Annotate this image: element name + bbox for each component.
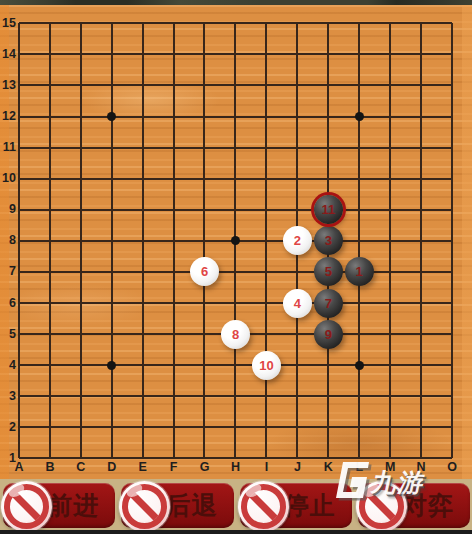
board-intersection[interactable] xyxy=(375,319,406,350)
board-intersection[interactable] xyxy=(344,350,375,381)
board-intersection[interactable] xyxy=(158,412,189,443)
board-intersection[interactable] xyxy=(34,381,65,412)
board-intersection[interactable] xyxy=(96,70,127,101)
board-intersection[interactable] xyxy=(313,256,344,287)
board-intersection[interactable] xyxy=(313,163,344,194)
board-intersection[interactable] xyxy=(189,8,220,39)
board-intersection[interactable] xyxy=(220,163,251,194)
board-intersection[interactable] xyxy=(189,412,220,443)
board-intersection[interactable] xyxy=(96,443,127,474)
board-intersection[interactable] xyxy=(344,39,375,70)
board-intersection[interactable] xyxy=(405,132,436,163)
board-intersection[interactable] xyxy=(127,319,158,350)
board-intersection[interactable] xyxy=(127,39,158,70)
board-intersection[interactable] xyxy=(344,8,375,39)
board-intersection[interactable] xyxy=(251,132,282,163)
board-intersection[interactable] xyxy=(251,288,282,319)
board-intersection[interactable] xyxy=(220,350,251,381)
board-intersection[interactable] xyxy=(158,70,189,101)
board-intersection[interactable] xyxy=(220,319,251,350)
board-intersection[interactable] xyxy=(96,225,127,256)
board-intersection[interactable] xyxy=(282,381,313,412)
app-screen: 151413121110987654321ABCDEFGHIJKLMNO 123… xyxy=(0,0,472,534)
board-intersection[interactable] xyxy=(158,163,189,194)
board-intersection[interactable] xyxy=(189,443,220,474)
board-intersection[interactable] xyxy=(282,132,313,163)
board-intersection[interactable] xyxy=(344,70,375,101)
board-intersection[interactable] xyxy=(251,319,282,350)
forward-button[interactable]: 前进 xyxy=(3,483,115,528)
board-intersection[interactable] xyxy=(344,256,375,287)
board-intersection[interactable] xyxy=(65,256,96,287)
board-intersection[interactable] xyxy=(34,412,65,443)
board-intersection[interactable] xyxy=(127,443,158,474)
board-intersection[interactable] xyxy=(65,288,96,319)
board-intersection[interactable] xyxy=(220,132,251,163)
board-intersection[interactable] xyxy=(34,225,65,256)
board-intersection[interactable] xyxy=(313,381,344,412)
board-intersection[interactable] xyxy=(34,163,65,194)
board-intersection[interactable] xyxy=(436,412,467,443)
board-intersection[interactable] xyxy=(158,256,189,287)
board-intersection[interactable] xyxy=(189,288,220,319)
board-intersection[interactable] xyxy=(282,194,313,225)
board-intersection[interactable] xyxy=(344,132,375,163)
board-intersection[interactable] xyxy=(96,39,127,70)
board-intersection[interactable] xyxy=(375,8,406,39)
board-intersection[interactable] xyxy=(251,412,282,443)
board-intersection[interactable] xyxy=(313,101,344,132)
board-intersection[interactable] xyxy=(375,101,406,132)
board-intersection[interactable] xyxy=(4,101,35,132)
board-intersection[interactable] xyxy=(405,194,436,225)
board-intersection[interactable] xyxy=(375,350,406,381)
board-intersection[interactable] xyxy=(34,132,65,163)
board-intersection[interactable] xyxy=(405,443,436,474)
board-intersection[interactable] xyxy=(220,8,251,39)
board-intersection[interactable] xyxy=(251,70,282,101)
prohibition-icon xyxy=(356,481,407,532)
board-intersection[interactable] xyxy=(313,443,344,474)
board-intersection[interactable] xyxy=(436,225,467,256)
board-intersection[interactable] xyxy=(220,194,251,225)
board-intersection[interactable] xyxy=(313,39,344,70)
board-intersection[interactable] xyxy=(282,412,313,443)
board-intersection[interactable] xyxy=(158,225,189,256)
board-intersection[interactable] xyxy=(127,132,158,163)
board-intersection[interactable] xyxy=(158,132,189,163)
board-intersection[interactable] xyxy=(375,381,406,412)
board-intersection[interactable] xyxy=(65,39,96,70)
board-intersection[interactable] xyxy=(436,319,467,350)
toolbar: 前进 后退 停止 对弈 xyxy=(0,479,472,530)
prohibition-icon xyxy=(1,481,52,532)
board-intersection[interactable] xyxy=(405,288,436,319)
board-intersection[interactable] xyxy=(127,288,158,319)
board-intersection[interactable] xyxy=(127,381,158,412)
board-intersection[interactable] xyxy=(344,101,375,132)
board-intersection[interactable] xyxy=(34,39,65,70)
board-intersection[interactable] xyxy=(127,225,158,256)
board-intersection[interactable] xyxy=(313,412,344,443)
board-intersection[interactable] xyxy=(127,8,158,39)
board-intersection[interactable] xyxy=(34,101,65,132)
board-intersection[interactable] xyxy=(158,381,189,412)
back-button[interactable]: 后退 xyxy=(121,483,233,528)
board-intersection[interactable] xyxy=(344,412,375,443)
board-intersection[interactable] xyxy=(96,412,127,443)
board-intersection[interactable] xyxy=(4,194,35,225)
board-intersection[interactable] xyxy=(127,101,158,132)
board-intersection[interactable] xyxy=(375,225,406,256)
board-intersection[interactable] xyxy=(282,8,313,39)
board-intersection[interactable] xyxy=(127,194,158,225)
board-intersection[interactable] xyxy=(436,443,467,474)
board-intersection[interactable] xyxy=(282,350,313,381)
board-intersection[interactable] xyxy=(96,163,127,194)
board-intersection[interactable] xyxy=(436,256,467,287)
board-intersection[interactable] xyxy=(4,70,35,101)
board-intersection[interactable] xyxy=(375,194,406,225)
board-intersection[interactable] xyxy=(96,288,127,319)
board-intersection[interactable] xyxy=(96,132,127,163)
board-intersection[interactable] xyxy=(34,8,65,39)
board-intersection[interactable] xyxy=(405,350,436,381)
board-intersection[interactable] xyxy=(127,256,158,287)
board-intersection[interactable] xyxy=(4,443,35,474)
board-intersection[interactable] xyxy=(436,381,467,412)
board-intersection[interactable] xyxy=(34,350,65,381)
board-intersection[interactable] xyxy=(4,288,35,319)
board-intersection[interactable] xyxy=(375,39,406,70)
board-intersection[interactable] xyxy=(344,194,375,225)
board-intersection[interactable] xyxy=(375,288,406,319)
board-intersection[interactable] xyxy=(189,163,220,194)
board-intersection[interactable] xyxy=(65,163,96,194)
board-intersection[interactable] xyxy=(220,381,251,412)
board-intersection[interactable] xyxy=(436,288,467,319)
board-intersection[interactable] xyxy=(189,350,220,381)
board-intersection[interactable] xyxy=(282,163,313,194)
board-intersection[interactable] xyxy=(158,8,189,39)
board-intersection[interactable] xyxy=(436,132,467,163)
board-intersection[interactable] xyxy=(34,443,65,474)
board-intersection[interactable] xyxy=(436,39,467,70)
board-intersection[interactable] xyxy=(96,101,127,132)
board-intersection[interactable] xyxy=(4,412,35,443)
board-intersection[interactable] xyxy=(127,163,158,194)
board-intersection[interactable] xyxy=(96,8,127,39)
board-intersection[interactable] xyxy=(158,350,189,381)
board-intersection[interactable] xyxy=(405,163,436,194)
board-intersection[interactable] xyxy=(375,443,406,474)
board-intersection[interactable] xyxy=(34,256,65,287)
board-intersection[interactable] xyxy=(436,350,467,381)
board-intersection[interactable] xyxy=(4,132,35,163)
board-intersection[interactable] xyxy=(436,194,467,225)
board-intersection[interactable] xyxy=(189,319,220,350)
board-grid xyxy=(4,8,468,474)
board-intersection[interactable] xyxy=(4,163,35,194)
board-intersection[interactable] xyxy=(127,412,158,443)
board-intersection[interactable] xyxy=(251,381,282,412)
board-intersection[interactable] xyxy=(158,288,189,319)
board-intersection[interactable] xyxy=(4,350,35,381)
board-intersection[interactable] xyxy=(282,39,313,70)
board-intersection[interactable] xyxy=(344,381,375,412)
board-intersection[interactable] xyxy=(4,256,35,287)
board-intersection[interactable] xyxy=(344,443,375,474)
board-intersection[interactable] xyxy=(251,8,282,39)
board-intersection[interactable] xyxy=(158,101,189,132)
board-intersection[interactable] xyxy=(313,288,344,319)
board-intersection[interactable] xyxy=(189,381,220,412)
board-intersection[interactable] xyxy=(189,132,220,163)
board-intersection[interactable] xyxy=(375,412,406,443)
board-intersection[interactable] xyxy=(405,319,436,350)
board-intersection[interactable] xyxy=(158,39,189,70)
board-intersection[interactable] xyxy=(189,70,220,101)
board-intersection[interactable] xyxy=(405,225,436,256)
board-intersection[interactable] xyxy=(405,70,436,101)
board-intersection[interactable] xyxy=(251,350,282,381)
board-intersection[interactable] xyxy=(158,443,189,474)
board-intersection[interactable] xyxy=(344,319,375,350)
board-intersection[interactable] xyxy=(405,256,436,287)
board-intersection[interactable] xyxy=(127,350,158,381)
board-intersection[interactable] xyxy=(313,225,344,256)
board-intersection[interactable] xyxy=(65,70,96,101)
board-intersection[interactable] xyxy=(65,319,96,350)
board-intersection[interactable] xyxy=(405,381,436,412)
board-intersection[interactable] xyxy=(313,8,344,39)
board-intersection[interactable] xyxy=(189,39,220,70)
board-intersection[interactable] xyxy=(158,319,189,350)
board-intersection[interactable] xyxy=(251,101,282,132)
board-intersection[interactable] xyxy=(344,225,375,256)
board-intersection[interactable] xyxy=(436,163,467,194)
board-intersection[interactable] xyxy=(65,443,96,474)
board-intersection[interactable] xyxy=(189,194,220,225)
board-intersection[interactable] xyxy=(34,194,65,225)
top-status-strip xyxy=(0,0,472,5)
board-intersection[interactable] xyxy=(344,163,375,194)
board-intersection[interactable] xyxy=(405,39,436,70)
board-intersection[interactable] xyxy=(282,319,313,350)
board-intersection[interactable] xyxy=(313,132,344,163)
board-intersection[interactable] xyxy=(220,288,251,319)
board-intersection[interactable] xyxy=(65,132,96,163)
board-intersection[interactable] xyxy=(251,194,282,225)
board-intersection[interactable] xyxy=(282,225,313,256)
board-intersection[interactable] xyxy=(220,101,251,132)
board-intersection[interactable] xyxy=(251,256,282,287)
board-intersection[interactable] xyxy=(220,412,251,443)
board-intersection[interactable] xyxy=(375,70,406,101)
board-intersection[interactable] xyxy=(34,288,65,319)
board-intersection[interactable] xyxy=(313,350,344,381)
board-intersection[interactable] xyxy=(34,319,65,350)
board-intersection[interactable] xyxy=(96,194,127,225)
board-intersection[interactable] xyxy=(220,225,251,256)
board-intersection[interactable] xyxy=(436,70,467,101)
board-intersection[interactable] xyxy=(96,381,127,412)
board-intersection[interactable] xyxy=(405,412,436,443)
board-intersection[interactable] xyxy=(65,350,96,381)
board-intersection[interactable] xyxy=(127,70,158,101)
board-intersection[interactable] xyxy=(65,381,96,412)
board-intersection[interactable] xyxy=(65,8,96,39)
board-intersection[interactable] xyxy=(96,319,127,350)
board-intersection[interactable] xyxy=(65,412,96,443)
board-intersection[interactable] xyxy=(220,70,251,101)
board-intersection[interactable] xyxy=(4,225,35,256)
board-intersection[interactable] xyxy=(282,443,313,474)
board-intersection[interactable] xyxy=(313,319,344,350)
board-intersection[interactable] xyxy=(158,194,189,225)
board-intersection[interactable] xyxy=(189,101,220,132)
board-intersection[interactable] xyxy=(4,39,35,70)
board-intersection[interactable] xyxy=(189,256,220,287)
board-intersection[interactable] xyxy=(220,256,251,287)
prohibition-icon xyxy=(119,481,170,532)
board-intersection[interactable] xyxy=(436,8,467,39)
board-intersection[interactable] xyxy=(375,256,406,287)
board-intersection[interactable] xyxy=(220,443,251,474)
board-intersection[interactable] xyxy=(313,70,344,101)
board-intersection[interactable] xyxy=(405,101,436,132)
board-intersection[interactable] xyxy=(251,443,282,474)
board-intersection[interactable] xyxy=(4,8,35,39)
board-intersection[interactable] xyxy=(405,8,436,39)
board-intersection[interactable] xyxy=(436,101,467,132)
board-intersection[interactable] xyxy=(65,225,96,256)
board-intersection[interactable] xyxy=(282,256,313,287)
board-intersection[interactable] xyxy=(34,70,65,101)
board-intersection[interactable] xyxy=(251,39,282,70)
board-intersection[interactable] xyxy=(4,319,35,350)
board-intersection[interactable] xyxy=(65,101,96,132)
board-intersection[interactable] xyxy=(282,70,313,101)
board-intersection[interactable] xyxy=(282,288,313,319)
board-intersection[interactable] xyxy=(220,39,251,70)
bottom-edge-strip xyxy=(0,530,472,534)
board-intersection[interactable] xyxy=(251,163,282,194)
board-intersection[interactable] xyxy=(375,132,406,163)
board-intersection[interactable] xyxy=(4,381,35,412)
board-intersection[interactable] xyxy=(313,194,344,225)
board-intersection[interactable] xyxy=(189,225,220,256)
board-intersection[interactable] xyxy=(375,163,406,194)
board-intersection[interactable] xyxy=(251,225,282,256)
board-intersection[interactable] xyxy=(344,288,375,319)
play-button[interactable]: 对弈 xyxy=(358,483,470,528)
board-intersection[interactable] xyxy=(65,194,96,225)
board-intersection[interactable] xyxy=(282,101,313,132)
prohibition-icon xyxy=(238,481,289,532)
board-intersection[interactable] xyxy=(96,256,127,287)
board-intersection[interactable] xyxy=(96,350,127,381)
stop-button[interactable]: 停止 xyxy=(240,483,352,528)
